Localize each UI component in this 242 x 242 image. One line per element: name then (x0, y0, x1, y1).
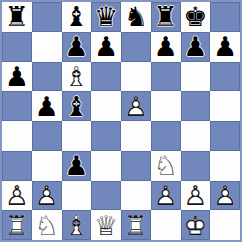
square-f2[interactable]: ♟♙ (151, 181, 181, 211)
square-b2[interactable]: ♟♙ (32, 181, 62, 211)
square-c2[interactable] (62, 181, 92, 211)
chess-board: ♜♝♛♞♜♚♟♟♟♟♟♟♝♗♟♝♟♙♟♞♘♟♙♟♙♟♙♟♙♟♙♜♖♞♘♝♗♛♕♜… (0, 0, 242, 242)
black-pawn: ♟ (32, 91, 62, 121)
white-pawn: ♟♙ (181, 181, 211, 211)
black-pawn: ♟ (2, 62, 32, 92)
square-d2[interactable] (91, 181, 121, 211)
square-b4[interactable] (32, 121, 62, 151)
square-b8[interactable] (32, 2, 62, 32)
white-pawn: ♟♙ (121, 91, 151, 121)
square-a6[interactable]: ♟ (2, 62, 32, 92)
square-c5[interactable]: ♝ (62, 91, 92, 121)
square-a1[interactable]: ♜♖ (2, 210, 32, 240)
square-a3[interactable] (2, 151, 32, 181)
square-a7[interactable] (2, 32, 32, 62)
square-h5[interactable] (210, 91, 240, 121)
square-h6[interactable] (210, 62, 240, 92)
square-f3[interactable]: ♞♘ (151, 151, 181, 181)
square-a4[interactable] (2, 121, 32, 151)
white-bishop: ♝♗ (62, 62, 92, 92)
square-c1[interactable]: ♝♗ (62, 210, 92, 240)
square-c7[interactable]: ♟ (62, 32, 92, 62)
square-c4[interactable] (62, 121, 92, 151)
square-c8[interactable]: ♝ (62, 2, 92, 32)
white-king: ♚♔ (181, 210, 211, 240)
square-e3[interactable] (121, 151, 151, 181)
square-h8[interactable] (210, 2, 240, 32)
square-b5[interactable]: ♟ (32, 91, 62, 121)
white-bishop: ♝♗ (62, 210, 92, 240)
white-pawn: ♟♙ (151, 181, 181, 211)
square-f5[interactable] (151, 91, 181, 121)
square-g8[interactable]: ♚ (181, 2, 211, 32)
square-f8[interactable]: ♜ (151, 2, 181, 32)
square-g5[interactable] (181, 91, 211, 121)
square-e8[interactable]: ♞ (121, 2, 151, 32)
square-e7[interactable] (121, 32, 151, 62)
square-f4[interactable] (151, 121, 181, 151)
square-b7[interactable] (32, 32, 62, 62)
square-d1[interactable]: ♛♕ (91, 210, 121, 240)
square-f6[interactable] (151, 62, 181, 92)
square-a2[interactable]: ♟♙ (2, 181, 32, 211)
black-pawn: ♟ (91, 32, 121, 62)
white-knight: ♞♘ (32, 210, 62, 240)
white-queen: ♛♕ (91, 210, 121, 240)
black-pawn: ♟ (210, 32, 240, 62)
black-king: ♚ (181, 2, 211, 32)
square-e2[interactable] (121, 181, 151, 211)
square-h7[interactable]: ♟ (210, 32, 240, 62)
square-b1[interactable]: ♞♘ (32, 210, 62, 240)
square-d3[interactable] (91, 151, 121, 181)
black-knight: ♞ (121, 2, 151, 32)
black-pawn: ♟ (62, 32, 92, 62)
square-g7[interactable]: ♟ (181, 32, 211, 62)
square-b3[interactable] (32, 151, 62, 181)
white-pawn: ♟♙ (32, 181, 62, 211)
square-b6[interactable] (32, 62, 62, 92)
square-f7[interactable]: ♟ (151, 32, 181, 62)
square-d4[interactable] (91, 121, 121, 151)
black-rook: ♜ (151, 2, 181, 32)
square-f1[interactable] (151, 210, 181, 240)
square-h3[interactable] (210, 151, 240, 181)
square-g1[interactable]: ♚♔ (181, 210, 211, 240)
black-bishop: ♝ (62, 91, 92, 121)
square-h2[interactable]: ♟♙ (210, 181, 240, 211)
square-e5[interactable]: ♟♙ (121, 91, 151, 121)
black-rook: ♜ (2, 2, 32, 32)
white-pawn: ♟♙ (2, 181, 32, 211)
square-d8[interactable]: ♛ (91, 2, 121, 32)
square-e1[interactable]: ♜♖ (121, 210, 151, 240)
square-g4[interactable] (181, 121, 211, 151)
square-c3[interactable]: ♟ (62, 151, 92, 181)
square-h4[interactable] (210, 121, 240, 151)
black-pawn: ♟ (181, 32, 211, 62)
black-bishop: ♝ (62, 2, 92, 32)
square-a5[interactable] (2, 91, 32, 121)
square-e4[interactable] (121, 121, 151, 151)
square-c6[interactable]: ♝♗ (62, 62, 92, 92)
square-g3[interactable] (181, 151, 211, 181)
square-d6[interactable] (91, 62, 121, 92)
white-knight: ♞♘ (151, 151, 181, 181)
square-d7[interactable]: ♟ (91, 32, 121, 62)
white-rook: ♜♖ (121, 210, 151, 240)
square-g6[interactable] (181, 62, 211, 92)
square-h1[interactable] (210, 210, 240, 240)
black-queen: ♛ (91, 2, 121, 32)
black-pawn: ♟ (62, 151, 92, 181)
square-a8[interactable]: ♜ (2, 2, 32, 32)
white-pawn: ♟♙ (210, 181, 240, 211)
square-e6[interactable] (121, 62, 151, 92)
black-pawn: ♟ (151, 32, 181, 62)
square-d5[interactable] (91, 91, 121, 121)
white-rook: ♜♖ (2, 210, 32, 240)
square-g2[interactable]: ♟♙ (181, 181, 211, 211)
